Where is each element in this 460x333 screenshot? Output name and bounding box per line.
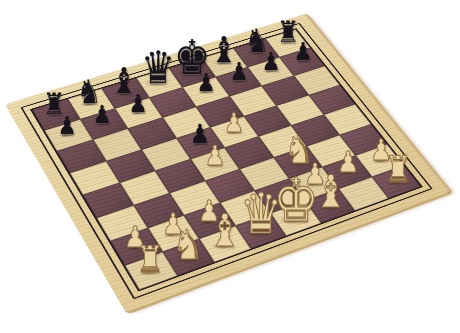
board-grid xyxy=(30,28,423,291)
chess-board xyxy=(5,14,449,312)
chess-set-photo: ♜♞♝♛♚♝♞♜♟♟♟♟♟♟♟♟♟♟♞♟♟♟♟♟♟♜♞♝♛♚♝♜ xyxy=(0,0,460,333)
